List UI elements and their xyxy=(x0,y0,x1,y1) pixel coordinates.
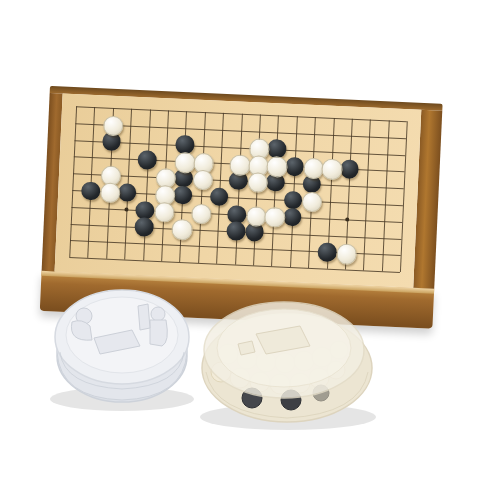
grid-line-vertical xyxy=(400,121,408,272)
black-stone xyxy=(173,185,192,204)
black-stone xyxy=(283,190,302,209)
black-stones-in-box xyxy=(242,385,329,410)
star-point xyxy=(345,217,349,221)
white-stone xyxy=(174,152,196,174)
black-stone xyxy=(285,157,304,176)
grid-line-vertical xyxy=(382,120,390,271)
grid-line-vertical xyxy=(363,120,371,271)
board-face xyxy=(42,93,443,289)
grid-line-vertical xyxy=(143,110,151,261)
black-stone xyxy=(135,217,154,236)
white-stone xyxy=(264,206,286,228)
star-point xyxy=(125,207,129,211)
embossed-lid-pattern-icon xyxy=(238,326,310,355)
go-board xyxy=(40,86,443,329)
black-stone xyxy=(81,181,100,200)
white-stone xyxy=(247,172,269,194)
white-stone xyxy=(266,156,288,178)
white-stone xyxy=(154,201,176,223)
white-stone xyxy=(321,159,343,181)
black-stone xyxy=(282,207,301,226)
right-case-shadow xyxy=(200,404,376,430)
white-stone xyxy=(102,115,124,137)
white-stone xyxy=(192,169,214,191)
black-stone xyxy=(226,221,245,240)
grid-line-vertical xyxy=(69,106,77,257)
white-stone xyxy=(171,219,193,241)
white-stone xyxy=(336,243,358,265)
white-stone xyxy=(190,203,212,225)
left-case-shadow xyxy=(50,387,194,411)
black-stone xyxy=(138,150,157,169)
black-stone xyxy=(340,159,359,178)
white-stones-in-box xyxy=(211,341,348,394)
product-photo-scene xyxy=(0,0,500,500)
black-stone xyxy=(318,242,337,261)
white-stone xyxy=(99,182,121,204)
white-stone xyxy=(301,191,323,213)
board-surface xyxy=(55,94,422,288)
black-stone xyxy=(118,183,137,202)
black-stone xyxy=(210,187,229,206)
